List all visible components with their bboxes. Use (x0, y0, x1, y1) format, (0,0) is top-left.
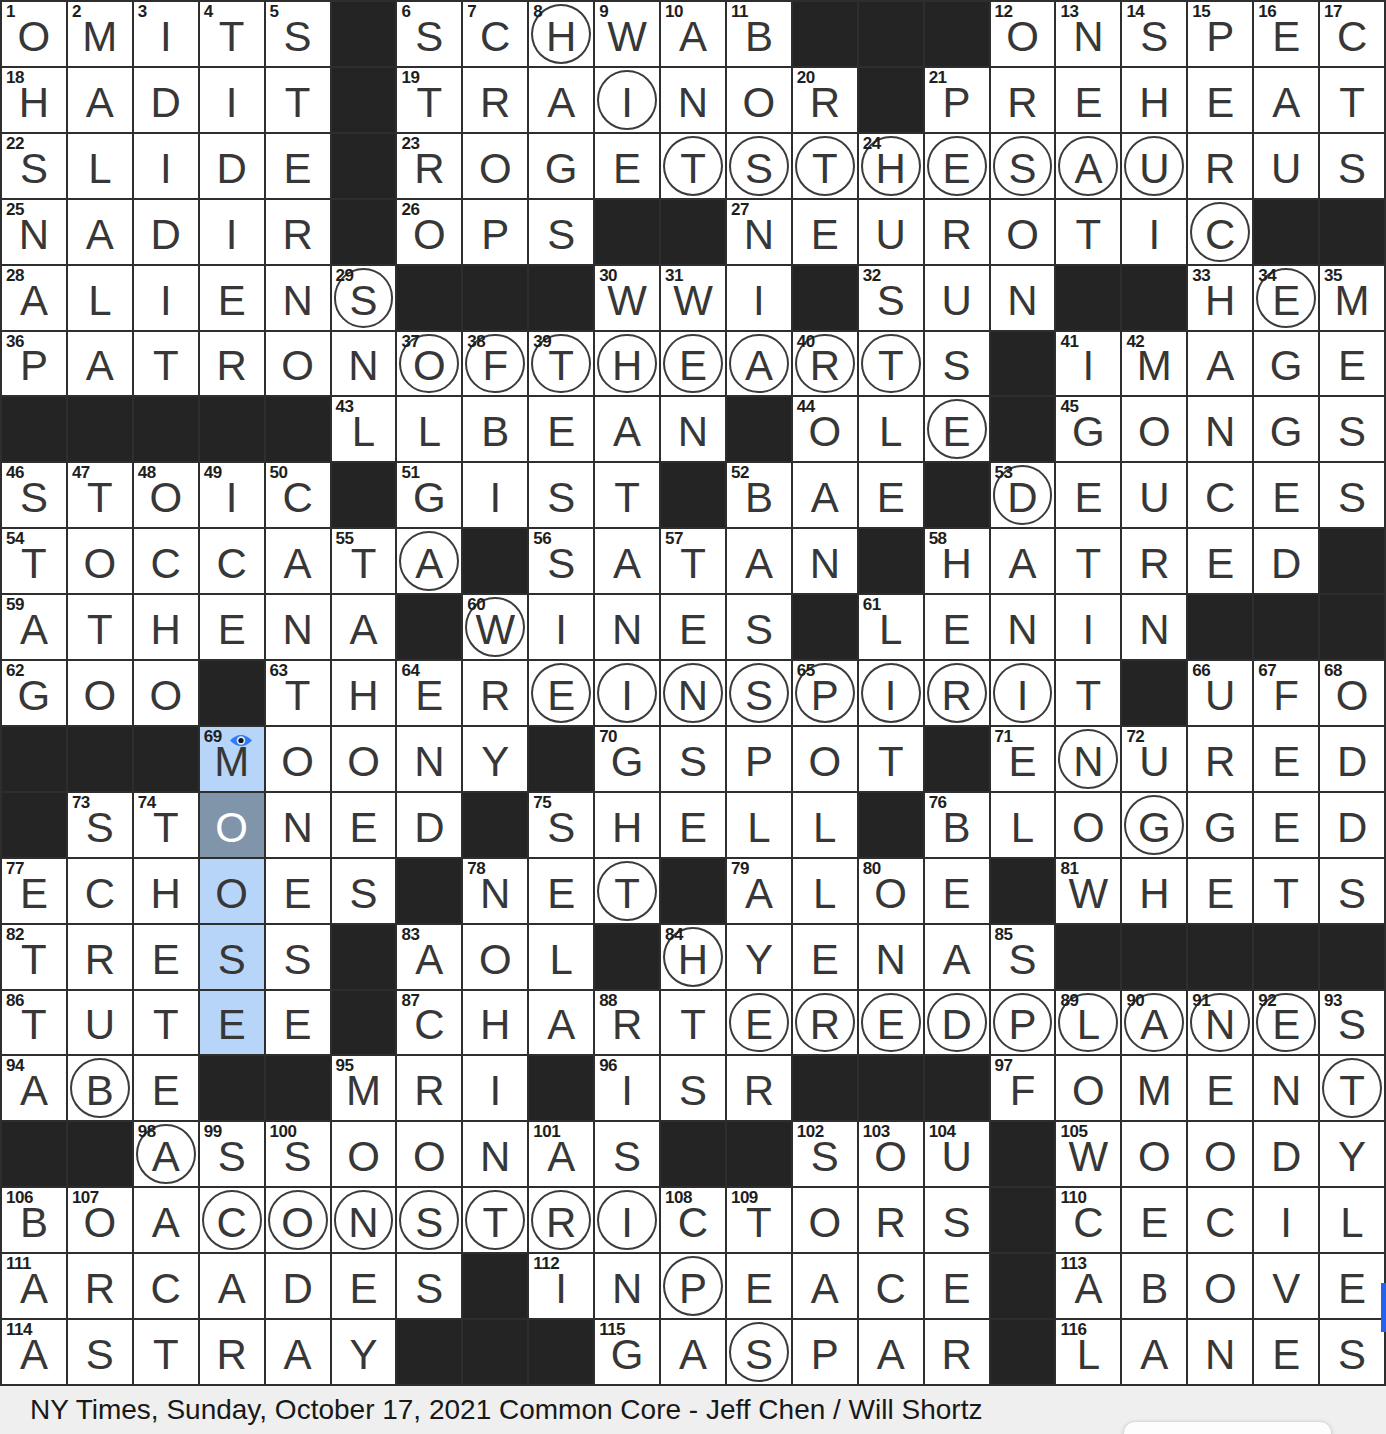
cell-19-4[interactable]: C (200, 1188, 264, 1252)
cell-14-13[interactable]: L (793, 859, 857, 923)
cell-19-15[interactable]: S (925, 1188, 989, 1252)
cell-15-1[interactable]: 82T (2, 925, 66, 989)
cell-4-4[interactable]: I (200, 200, 264, 264)
cell-13-17[interactable]: O (1056, 793, 1120, 857)
cell-21-4[interactable]: R (200, 1320, 264, 1384)
cell-10-5[interactable]: N (266, 595, 330, 659)
cell-7-8[interactable]: B (463, 397, 527, 461)
cell-21-13[interactable]: P (793, 1320, 857, 1384)
cell-20-5[interactable]: D (266, 1254, 330, 1318)
cell-6-4[interactable]: R (200, 332, 264, 396)
cell-15-16[interactable]: 85S (991, 925, 1055, 989)
cell-12-17[interactable]: N (1056, 727, 1120, 791)
cell-19-14[interactable]: R (859, 1188, 923, 1252)
cell-21-11[interactable]: A (661, 1320, 725, 1384)
cell-21-15[interactable]: R (925, 1320, 989, 1384)
cell-9-10[interactable]: A (595, 529, 659, 593)
cell-4-8[interactable]: P (463, 200, 527, 264)
cell-16-8[interactable]: H (463, 991, 527, 1055)
cell-11-17[interactable]: T (1056, 661, 1120, 725)
cell-18-13[interactable]: 102S (793, 1122, 857, 1186)
cell-7-20[interactable]: G (1254, 397, 1318, 461)
cell-4-9[interactable]: S (529, 200, 593, 264)
cell-21-17[interactable]: 116L (1056, 1320, 1120, 1384)
cell-19-12[interactable]: 109T (727, 1188, 791, 1252)
cell-5-15[interactable]: U (925, 266, 989, 330)
cell-17-1[interactable]: 94A (2, 1056, 66, 1120)
cell-16-12[interactable]: E (727, 991, 791, 1055)
cell-7-9[interactable]: E (529, 397, 593, 461)
cell-18-7[interactable]: O (397, 1122, 461, 1186)
cell-21-2[interactable]: S (68, 1320, 132, 1384)
cell-17-19[interactable]: E (1188, 1056, 1252, 1120)
cell-16-7[interactable]: 87C (397, 991, 461, 1055)
cell-3-17[interactable]: A (1056, 134, 1120, 198)
cell-20-13[interactable]: A (793, 1254, 857, 1318)
cell-8-10[interactable]: T (595, 463, 659, 527)
cell-20-19[interactable]: O (1188, 1254, 1252, 1318)
cell-9-15[interactable]: 58H (925, 529, 989, 593)
cell-16-9[interactable]: A (529, 991, 593, 1055)
cell-17-17[interactable]: O (1056, 1056, 1120, 1120)
cell-2-20[interactable]: A (1254, 68, 1318, 132)
cell-14-21[interactable]: S (1320, 859, 1384, 923)
cell-1-20[interactable]: 16E (1254, 2, 1318, 66)
cell-10-14[interactable]: 61L (859, 595, 923, 659)
cell-6-9[interactable]: 39T (529, 332, 593, 396)
cell-13-16[interactable]: L (991, 793, 1055, 857)
cell-16-10[interactable]: 88R (595, 991, 659, 1055)
cell-3-13[interactable]: T (793, 134, 857, 198)
cell-12-11[interactable]: S (661, 727, 725, 791)
cell-20-1[interactable]: 111A (2, 1254, 66, 1318)
cell-8-3[interactable]: 48O (134, 463, 198, 527)
cell-13-12[interactable]: L (727, 793, 791, 857)
cell-6-6[interactable]: N (332, 332, 396, 396)
cell-14-17[interactable]: 81W (1056, 859, 1120, 923)
cell-21-10[interactable]: 115G (595, 1320, 659, 1384)
cell-6-15[interactable]: S (925, 332, 989, 396)
cell-9-9[interactable]: 56S (529, 529, 593, 593)
cell-19-18[interactable]: E (1122, 1188, 1186, 1252)
cell-4-17[interactable]: T (1056, 200, 1120, 264)
cell-4-19[interactable]: C (1188, 200, 1252, 264)
cell-6-21[interactable]: E (1320, 332, 1384, 396)
cell-3-11[interactable]: T (661, 134, 725, 198)
cell-19-6[interactable]: N (332, 1188, 396, 1252)
cell-5-2[interactable]: L (68, 266, 132, 330)
cell-11-8[interactable]: R (463, 661, 527, 725)
cell-17-21[interactable]: T (1320, 1056, 1384, 1120)
cell-11-6[interactable]: H (332, 661, 396, 725)
cell-16-19[interactable]: 91N (1188, 991, 1252, 1055)
cell-1-12[interactable]: 11B (727, 2, 791, 66)
cell-2-15[interactable]: 21P (925, 68, 989, 132)
cell-17-2[interactable]: B (68, 1056, 132, 1120)
cell-3-7[interactable]: 23R (397, 134, 461, 198)
cell-4-14[interactable]: U (859, 200, 923, 264)
cell-9-4[interactable]: C (200, 529, 264, 593)
cell-14-5[interactable]: E (266, 859, 330, 923)
cell-11-2[interactable]: O (68, 661, 132, 725)
cell-2-2[interactable]: A (68, 68, 132, 132)
cell-8-19[interactable]: C (1188, 463, 1252, 527)
cell-14-6[interactable]: S (332, 859, 396, 923)
cell-18-20[interactable]: D (1254, 1122, 1318, 1186)
cell-8-2[interactable]: 47T (68, 463, 132, 527)
cell-11-20[interactable]: 67F (1254, 661, 1318, 725)
cell-6-2[interactable]: A (68, 332, 132, 396)
cell-9-19[interactable]: E (1188, 529, 1252, 593)
cell-19-9[interactable]: R (529, 1188, 593, 1252)
cell-1-10[interactable]: 9W (595, 2, 659, 66)
cell-10-12[interactable]: S (727, 595, 791, 659)
cell-19-1[interactable]: 106B (2, 1188, 66, 1252)
cell-18-5[interactable]: 100S (266, 1122, 330, 1186)
cell-9-7[interactable]: A (397, 529, 461, 593)
cell-9-3[interactable]: C (134, 529, 198, 593)
cell-16-16[interactable]: P (991, 991, 1055, 1055)
cell-11-21[interactable]: 68O (1320, 661, 1384, 725)
cell-8-8[interactable]: I (463, 463, 527, 527)
cell-10-1[interactable]: 59A (2, 595, 66, 659)
cell-12-18[interactable]: 72U (1122, 727, 1186, 791)
cell-13-19[interactable]: G (1188, 793, 1252, 857)
cell-6-12[interactable]: A (727, 332, 791, 396)
cell-12-10[interactable]: 70G (595, 727, 659, 791)
cell-19-11[interactable]: 108C (661, 1188, 725, 1252)
cell-3-19[interactable]: R (1188, 134, 1252, 198)
cell-4-18[interactable]: I (1122, 200, 1186, 264)
cell-12-5[interactable]: O (266, 727, 330, 791)
cell-18-10[interactable]: S (595, 1122, 659, 1186)
cell-6-10[interactable]: H (595, 332, 659, 396)
cell-6-18[interactable]: 42M (1122, 332, 1186, 396)
cell-4-12[interactable]: 27N (727, 200, 791, 264)
cell-3-8[interactable]: O (463, 134, 527, 198)
cell-3-15[interactable]: E (925, 134, 989, 198)
cell-17-8[interactable]: I (463, 1056, 527, 1120)
cell-10-6[interactable]: A (332, 595, 396, 659)
cell-8-16[interactable]: 53D (991, 463, 1055, 527)
cell-9-13[interactable]: N (793, 529, 857, 593)
cell-1-11[interactable]: 10A (661, 2, 725, 66)
cell-11-13[interactable]: 65P (793, 661, 857, 725)
cell-14-12[interactable]: 79A (727, 859, 791, 923)
cell-17-7[interactable]: R (397, 1056, 461, 1120)
cell-18-6[interactable]: O (332, 1122, 396, 1186)
cell-2-9[interactable]: A (529, 68, 593, 132)
cell-20-14[interactable]: C (859, 1254, 923, 1318)
cell-10-3[interactable]: H (134, 595, 198, 659)
cell-14-4[interactable]: O (200, 859, 264, 923)
cell-5-20[interactable]: 34E (1254, 266, 1318, 330)
cell-13-11[interactable]: E (661, 793, 725, 857)
cell-10-16[interactable]: N (991, 595, 1055, 659)
cell-12-6[interactable]: O (332, 727, 396, 791)
cell-21-20[interactable]: E (1254, 1320, 1318, 1384)
cell-14-10[interactable]: T (595, 859, 659, 923)
cell-2-11[interactable]: N (661, 68, 725, 132)
cell-21-5[interactable]: A (266, 1320, 330, 1384)
cell-5-4[interactable]: E (200, 266, 264, 330)
cell-21-6[interactable]: Y (332, 1320, 396, 1384)
cell-21-3[interactable]: T (134, 1320, 198, 1384)
cell-10-18[interactable]: N (1122, 595, 1186, 659)
cell-10-2[interactable]: T (68, 595, 132, 659)
cell-4-15[interactable]: R (925, 200, 989, 264)
cell-6-3[interactable]: T (134, 332, 198, 396)
cell-7-14[interactable]: L (859, 397, 923, 461)
cell-13-10[interactable]: H (595, 793, 659, 857)
cell-2-12[interactable]: O (727, 68, 791, 132)
cell-11-11[interactable]: N (661, 661, 725, 725)
cell-15-15[interactable]: A (925, 925, 989, 989)
cell-6-19[interactable]: A (1188, 332, 1252, 396)
cell-6-13[interactable]: 40R (793, 332, 857, 396)
cell-18-4[interactable]: 99S (200, 1122, 264, 1186)
cell-1-19[interactable]: 15P (1188, 2, 1252, 66)
cell-3-1[interactable]: 22S (2, 134, 66, 198)
cell-6-17[interactable]: 41I (1056, 332, 1120, 396)
cell-1-8[interactable]: 7C (463, 2, 527, 66)
cell-17-6[interactable]: 95M (332, 1056, 396, 1120)
cell-12-13[interactable]: O (793, 727, 857, 791)
cell-14-20[interactable]: T (1254, 859, 1318, 923)
cell-11-9[interactable]: E (529, 661, 593, 725)
cell-7-11[interactable]: N (661, 397, 725, 461)
cell-20-11[interactable]: P (661, 1254, 725, 1318)
cell-13-7[interactable]: D (397, 793, 461, 857)
cell-1-17[interactable]: 13N (1056, 2, 1120, 66)
cell-6-20[interactable]: G (1254, 332, 1318, 396)
cell-14-15[interactable]: E (925, 859, 989, 923)
cell-15-3[interactable]: E (134, 925, 198, 989)
cell-13-13[interactable]: L (793, 793, 857, 857)
cell-7-17[interactable]: 45G (1056, 397, 1120, 461)
cell-16-17[interactable]: 89L (1056, 991, 1120, 1055)
cell-2-3[interactable]: D (134, 68, 198, 132)
cell-3-14[interactable]: 24H (859, 134, 923, 198)
cell-19-10[interactable]: I (595, 1188, 659, 1252)
cell-3-9[interactable]: G (529, 134, 593, 198)
cell-7-19[interactable]: N (1188, 397, 1252, 461)
cell-17-18[interactable]: M (1122, 1056, 1186, 1120)
cell-5-16[interactable]: N (991, 266, 1055, 330)
cell-21-21[interactable]: S (1320, 1320, 1384, 1384)
cell-13-20[interactable]: E (1254, 793, 1318, 857)
cell-21-14[interactable]: A (859, 1320, 923, 1384)
cell-4-16[interactable]: O (991, 200, 1055, 264)
cell-16-21[interactable]: 93S (1320, 991, 1384, 1055)
cell-11-7[interactable]: 64E (397, 661, 461, 725)
cell-18-14[interactable]: 103O (859, 1122, 923, 1186)
cell-2-1[interactable]: 18H (2, 68, 66, 132)
cell-14-14[interactable]: 80O (859, 859, 923, 923)
cell-1-9[interactable]: 8H (529, 2, 593, 66)
cell-5-5[interactable]: N (266, 266, 330, 330)
cell-8-1[interactable]: 46S (2, 463, 66, 527)
cell-9-20[interactable]: D (1254, 529, 1318, 593)
cell-16-4[interactable]: E (200, 991, 264, 1055)
cell-12-19[interactable]: R (1188, 727, 1252, 791)
cell-18-8[interactable]: N (463, 1122, 527, 1186)
cell-14-1[interactable]: 77E (2, 859, 66, 923)
cell-13-18[interactable]: G (1122, 793, 1186, 857)
cell-8-13[interactable]: A (793, 463, 857, 527)
cell-2-4[interactable]: I (200, 68, 264, 132)
cell-16-2[interactable]: U (68, 991, 132, 1055)
cell-7-21[interactable]: S (1320, 397, 1384, 461)
cell-2-7[interactable]: 19T (397, 68, 461, 132)
cell-10-8[interactable]: 60W (463, 595, 527, 659)
cell-9-2[interactable]: O (68, 529, 132, 593)
cell-2-18[interactable]: H (1122, 68, 1186, 132)
cell-1-1[interactable]: 1O (2, 2, 66, 66)
cell-5-3[interactable]: I (134, 266, 198, 330)
cell-19-17[interactable]: 110C (1056, 1188, 1120, 1252)
cell-1-18[interactable]: 14S (1122, 2, 1186, 66)
cell-19-19[interactable]: C (1188, 1188, 1252, 1252)
cell-8-12[interactable]: 52B (727, 463, 791, 527)
cell-15-8[interactable]: O (463, 925, 527, 989)
cell-11-15[interactable]: R (925, 661, 989, 725)
cell-3-16[interactable]: S (991, 134, 1055, 198)
cell-20-20[interactable]: V (1254, 1254, 1318, 1318)
cell-15-12[interactable]: Y (727, 925, 791, 989)
cell-18-17[interactable]: 105W (1056, 1122, 1120, 1186)
cell-19-8[interactable]: T (463, 1188, 527, 1252)
cell-15-2[interactable]: R (68, 925, 132, 989)
cell-16-20[interactable]: 92E (1254, 991, 1318, 1055)
cell-20-12[interactable]: E (727, 1254, 791, 1318)
cell-10-11[interactable]: E (661, 595, 725, 659)
cell-20-18[interactable]: B (1122, 1254, 1186, 1318)
cell-13-6[interactable]: E (332, 793, 396, 857)
cell-13-21[interactable]: D (1320, 793, 1384, 857)
cell-9-17[interactable]: T (1056, 529, 1120, 593)
cell-4-7[interactable]: 26O (397, 200, 461, 264)
cell-2-13[interactable]: 20R (793, 68, 857, 132)
cell-12-14[interactable]: T (859, 727, 923, 791)
cell-2-21[interactable]: T (1320, 68, 1384, 132)
cell-7-7[interactable]: L (397, 397, 461, 461)
cell-20-3[interactable]: C (134, 1254, 198, 1318)
cell-3-18[interactable]: U (1122, 134, 1186, 198)
cell-16-13[interactable]: R (793, 991, 857, 1055)
cell-3-12[interactable]: S (727, 134, 791, 198)
cell-9-11[interactable]: 57T (661, 529, 725, 593)
cell-4-5[interactable]: R (266, 200, 330, 264)
cell-14-9[interactable]: E (529, 859, 593, 923)
cell-6-11[interactable]: E (661, 332, 725, 396)
cell-1-16[interactable]: 12O (991, 2, 1055, 66)
cell-7-10[interactable]: A (595, 397, 659, 461)
cell-15-7[interactable]: 83A (397, 925, 461, 989)
cell-5-10[interactable]: 30W (595, 266, 659, 330)
cell-17-11[interactable]: S (661, 1056, 725, 1120)
cell-21-19[interactable]: N (1188, 1320, 1252, 1384)
cell-19-21[interactable]: L (1320, 1188, 1384, 1252)
cell-5-19[interactable]: 33H (1188, 266, 1252, 330)
cell-6-7[interactable]: 37O (397, 332, 461, 396)
cell-1-3[interactable]: 3I (134, 2, 198, 66)
cell-14-19[interactable]: E (1188, 859, 1252, 923)
cell-15-13[interactable]: E (793, 925, 857, 989)
cell-16-11[interactable]: T (661, 991, 725, 1055)
cell-20-9[interactable]: 112I (529, 1254, 593, 1318)
cell-1-2[interactable]: 2M (68, 2, 132, 66)
cell-15-5[interactable]: S (266, 925, 330, 989)
cell-21-18[interactable]: A (1122, 1320, 1186, 1384)
cell-3-2[interactable]: L (68, 134, 132, 198)
cell-16-14[interactable]: E (859, 991, 923, 1055)
cell-4-13[interactable]: E (793, 200, 857, 264)
cell-2-8[interactable]: R (463, 68, 527, 132)
cell-2-17[interactable]: E (1056, 68, 1120, 132)
cell-10-4[interactable]: E (200, 595, 264, 659)
cell-20-7[interactable]: S (397, 1254, 461, 1318)
cell-19-2[interactable]: 107O (68, 1188, 132, 1252)
cell-11-14[interactable]: I (859, 661, 923, 725)
cell-18-19[interactable]: O (1188, 1122, 1252, 1186)
cell-8-17[interactable]: E (1056, 463, 1120, 527)
cell-2-5[interactable]: T (266, 68, 330, 132)
cell-7-6[interactable]: 43L (332, 397, 396, 461)
cell-14-18[interactable]: H (1122, 859, 1186, 923)
cell-10-10[interactable]: N (595, 595, 659, 659)
cell-4-2[interactable]: A (68, 200, 132, 264)
cell-5-11[interactable]: 31W (661, 266, 725, 330)
cell-12-20[interactable]: E (1254, 727, 1318, 791)
cell-20-21[interactable]: E (1320, 1254, 1384, 1318)
cell-16-15[interactable]: D (925, 991, 989, 1055)
cell-8-9[interactable]: S (529, 463, 593, 527)
cell-20-2[interactable]: R (68, 1254, 132, 1318)
cell-19-7[interactable]: S (397, 1188, 461, 1252)
cell-5-6[interactable]: 29S (332, 266, 396, 330)
cell-2-10[interactable]: I (595, 68, 659, 132)
cell-3-10[interactable]: E (595, 134, 659, 198)
cell-20-17[interactable]: 113A (1056, 1254, 1120, 1318)
cell-1-7[interactable]: 6S (397, 2, 461, 66)
cell-11-10[interactable]: I (595, 661, 659, 725)
cell-3-20[interactable]: U (1254, 134, 1318, 198)
cell-16-3[interactable]: T (134, 991, 198, 1055)
cell-3-3[interactable]: I (134, 134, 198, 198)
cell-19-3[interactable]: A (134, 1188, 198, 1252)
cell-19-20[interactable]: I (1254, 1188, 1318, 1252)
cell-7-18[interactable]: O (1122, 397, 1186, 461)
cell-10-9[interactable]: I (529, 595, 593, 659)
cell-18-21[interactable]: Y (1320, 1122, 1384, 1186)
cell-9-1[interactable]: 54T (2, 529, 66, 593)
cell-8-7[interactable]: 51G (397, 463, 461, 527)
cell-13-3[interactable]: 74T (134, 793, 198, 857)
cell-18-9[interactable]: 101A (529, 1122, 593, 1186)
cell-16-5[interactable]: E (266, 991, 330, 1055)
cell-20-4[interactable]: A (200, 1254, 264, 1318)
scrollbar-accent[interactable] (1381, 1283, 1386, 1332)
cell-18-3[interactable]: 98A (134, 1122, 198, 1186)
cell-13-4[interactable]: O (200, 793, 264, 857)
cell-8-21[interactable]: S (1320, 463, 1384, 527)
cell-17-10[interactable]: 96I (595, 1056, 659, 1120)
cell-8-18[interactable]: U (1122, 463, 1186, 527)
cell-1-4[interactable]: 4T (200, 2, 264, 66)
cell-8-20[interactable]: E (1254, 463, 1318, 527)
cell-3-4[interactable]: D (200, 134, 264, 198)
